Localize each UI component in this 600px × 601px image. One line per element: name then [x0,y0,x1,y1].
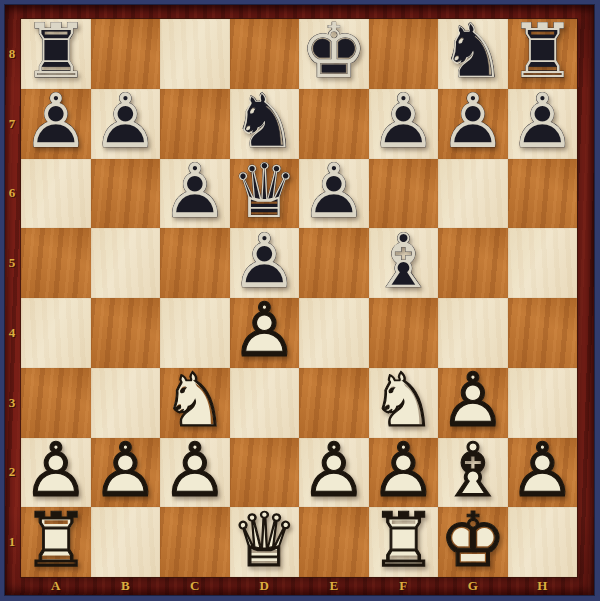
rank-label-5: 5 [4,228,20,298]
square-e4[interactable] [299,298,369,368]
black-pawn[interactable]: ♟♙ [369,89,439,159]
file-label-a: A [21,578,91,595]
square-a1[interactable]: ♜♖ [21,507,91,577]
rank-label-2: 2 [4,438,20,508]
white-king[interactable]: ♚♔ [438,507,508,577]
file-label-e: E [299,578,369,595]
white-king-outline: ♔ [438,505,508,575]
chess-board: ♜♖♚♔♞♘♜♖♟♙♟♙♞♘♟♙♟♙♟♙♟♙♛♕♟♙♟♙♝♗♟♙♞♘♞♘♟♙♟♙… [21,19,577,577]
square-h5[interactable] [508,228,578,298]
square-g6[interactable] [438,159,508,229]
square-g7[interactable]: ♟♙ [438,89,508,159]
white-pawn-outline: ♙ [160,436,230,506]
white-pawn[interactable]: ♟♙ [299,438,369,508]
black-pawn-outline: ♙ [91,87,161,157]
square-f1[interactable]: ♜♖ [369,507,439,577]
black-pawn-outline: ♙ [299,157,369,227]
file-label-g: G [438,578,508,595]
white-rook[interactable]: ♜♖ [369,507,439,577]
square-g1[interactable]: ♚♔ [438,507,508,577]
file-label-b: B [91,578,161,595]
black-pawn[interactable]: ♟♙ [91,89,161,159]
black-king[interactable]: ♚♔ [299,19,369,89]
black-bishop-outline: ♗ [369,226,439,296]
white-pawn-outline: ♙ [299,436,369,506]
square-f7[interactable]: ♟♙ [369,89,439,159]
black-pawn[interactable]: ♟♙ [299,159,369,229]
black-pawn-outline: ♙ [369,87,439,157]
white-pawn[interactable]: ♟♙ [230,298,300,368]
black-pawn[interactable]: ♟♙ [508,89,578,159]
rank-label-6: 6 [4,159,20,229]
rank-label-1: 1 [4,507,20,577]
white-pawn[interactable]: ♟♙ [160,438,230,508]
square-h4[interactable] [508,298,578,368]
square-e6[interactable]: ♟♙ [299,159,369,229]
square-b4[interactable] [91,298,161,368]
black-pawn[interactable]: ♟♙ [438,89,508,159]
white-pawn[interactable]: ♟♙ [91,438,161,508]
white-queen-outline: ♕ [230,505,300,575]
file-label-f: F [369,578,439,595]
chess-diagram: ♜♖♚♔♞♘♜♖♟♙♟♙♞♘♟♙♟♙♟♙♟♙♛♕♟♙♟♙♝♗♟♙♞♘♞♘♟♙♟♙… [0,0,600,601]
rank-label-3: 3 [4,368,20,438]
square-d1[interactable]: ♛♕ [230,507,300,577]
file-label-h: H [508,578,578,595]
black-pawn-outline: ♙ [438,87,508,157]
white-rook[interactable]: ♜♖ [21,507,91,577]
white-pawn-outline: ♙ [91,436,161,506]
square-b7[interactable]: ♟♙ [91,89,161,159]
rank-label-8: 8 [4,19,20,89]
file-label-c: C [160,578,230,595]
square-b6[interactable] [91,159,161,229]
square-c8[interactable] [160,19,230,89]
white-queen[interactable]: ♛♕ [230,507,300,577]
black-bishop[interactable]: ♝♗ [369,228,439,298]
black-king-outline: ♔ [299,17,369,87]
square-a7[interactable]: ♟♙ [21,89,91,159]
black-pawn-outline: ♙ [508,87,578,157]
square-e1[interactable] [299,507,369,577]
square-e8[interactable]: ♚♔ [299,19,369,89]
square-h7[interactable]: ♟♙ [508,89,578,159]
black-pawn-outline: ♙ [21,87,91,157]
square-f5[interactable]: ♝♗ [369,228,439,298]
square-b1[interactable] [91,507,161,577]
white-pawn-outline: ♙ [508,436,578,506]
square-h6[interactable] [508,159,578,229]
black-pawn[interactable]: ♟♙ [160,159,230,229]
rank-label-7: 7 [4,89,20,159]
square-d4[interactable]: ♟♙ [230,298,300,368]
black-pawn[interactable]: ♟♙ [21,89,91,159]
square-d3[interactable] [230,368,300,438]
square-c5[interactable] [160,228,230,298]
white-pawn-outline: ♙ [230,296,300,366]
square-h2[interactable]: ♟♙ [508,438,578,508]
white-rook-outline: ♖ [21,505,91,575]
square-a6[interactable] [21,159,91,229]
square-c2[interactable]: ♟♙ [160,438,230,508]
rank-label-4: 4 [4,298,20,368]
white-pawn[interactable]: ♟♙ [508,438,578,508]
square-a4[interactable] [21,298,91,368]
black-pawn-outline: ♙ [160,157,230,227]
white-rook-outline: ♖ [369,505,439,575]
square-c1[interactable] [160,507,230,577]
square-h1[interactable] [508,507,578,577]
square-b2[interactable]: ♟♙ [91,438,161,508]
square-g5[interactable] [438,228,508,298]
square-a5[interactable] [21,228,91,298]
square-c6[interactable]: ♟♙ [160,159,230,229]
square-e5[interactable] [299,228,369,298]
square-e2[interactable]: ♟♙ [299,438,369,508]
square-b5[interactable] [91,228,161,298]
file-label-d: D [230,578,300,595]
